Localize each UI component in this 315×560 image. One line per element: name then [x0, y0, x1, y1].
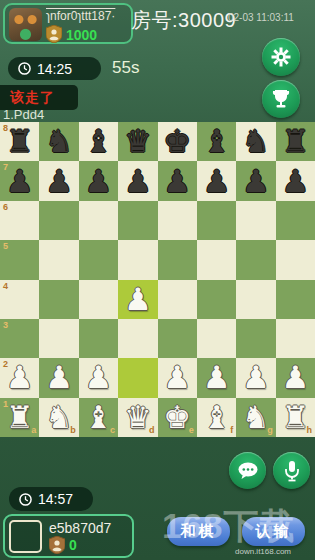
opponent-name: ɿnfor0ɿttt187· — [46, 9, 115, 23]
rank-label-5: 5 — [3, 242, 8, 251]
microphone-icon — [282, 460, 302, 482]
piece-black-pawn[interactable]: ♟ — [203, 166, 231, 197]
piece-white-knight[interactable]: ♞ — [45, 402, 73, 433]
piece-black-king[interactable]: ♚ — [163, 126, 191, 157]
rank-label-6: 6 — [3, 203, 8, 212]
square-e2[interactable]: ♟ — [158, 358, 197, 397]
square-g7[interactable]: ♟ — [236, 161, 275, 200]
square-c2[interactable]: ♟ — [79, 358, 118, 397]
square-g2[interactable]: ♟ — [236, 358, 275, 397]
square-c4[interactable] — [79, 280, 118, 319]
square-b1[interactable]: b♞ — [39, 398, 78, 437]
piece-white-king[interactable]: ♚ — [163, 402, 191, 433]
piece-black-pawn[interactable]: ♟ — [6, 166, 34, 197]
gear-icon — [270, 46, 292, 68]
square-g6[interactable] — [236, 201, 275, 240]
square-a1[interactable]: 1a♜ — [0, 398, 39, 437]
file-label-h: h — [307, 426, 313, 435]
square-h8[interactable]: ♜ — [276, 122, 315, 161]
player-avatar[interactable] — [9, 520, 42, 553]
clock-icon — [18, 62, 31, 75]
square-h3[interactable] — [276, 319, 315, 358]
player-clock: 14:57 — [9, 487, 93, 511]
file-label-a: a — [31, 426, 36, 435]
square-d6[interactable] — [118, 201, 157, 240]
square-a5[interactable]: 5 — [0, 240, 39, 279]
square-h2[interactable]: ♟ — [276, 358, 315, 397]
square-f7[interactable]: ♟ — [197, 161, 236, 200]
chat-button[interactable] — [229, 452, 266, 489]
piece-black-bishop[interactable]: ♝ — [203, 126, 231, 157]
piece-white-rook[interactable]: ♜ — [281, 402, 309, 433]
opponent-clock: 14:25 — [8, 57, 101, 80]
shield-icon — [49, 536, 65, 554]
square-d5[interactable] — [118, 240, 157, 279]
square-d1[interactable]: d♛ — [118, 398, 157, 437]
square-e6[interactable] — [158, 201, 197, 240]
piece-white-queen[interactable]: ♛ — [124, 402, 152, 433]
file-label-f: f — [230, 426, 233, 435]
square-a3[interactable]: 3 — [0, 319, 39, 358]
rank-label-3: 3 — [3, 321, 8, 330]
opponent-avatar[interactable] — [9, 8, 42, 41]
player-name: e5b870d7 — [49, 520, 111, 536]
piece-white-bishop[interactable]: ♝ — [203, 402, 231, 433]
square-h4[interactable] — [276, 280, 315, 319]
piece-white-pawn[interactable]: ♟ — [242, 362, 270, 393]
piece-black-knight[interactable]: ♞ — [45, 126, 73, 157]
settings-button[interactable] — [262, 38, 300, 76]
square-h7[interactable]: ♟ — [276, 161, 315, 200]
leaderboard-button[interactable] — [262, 80, 300, 118]
square-e4[interactable] — [158, 280, 197, 319]
square-d8[interactable]: ♛ — [118, 122, 157, 161]
voice-button[interactable] — [273, 452, 310, 489]
piece-white-knight[interactable]: ♞ — [242, 402, 270, 433]
square-g1[interactable]: g♞ — [236, 398, 275, 437]
piece-black-bishop[interactable]: ♝ — [85, 126, 113, 157]
opponent-clock-value: 14:25 — [37, 61, 72, 77]
piece-white-bishop[interactable]: ♝ — [85, 402, 113, 433]
square-b4[interactable] — [39, 280, 78, 319]
piece-white-pawn[interactable]: ♟ — [203, 362, 231, 393]
square-f8[interactable]: ♝ — [197, 122, 236, 161]
timestamp: 02-03 11:03:11 — [228, 12, 294, 23]
square-c8[interactable]: ♝ — [79, 122, 118, 161]
square-b3[interactable] — [39, 319, 78, 358]
opponent-score: 1000 — [66, 27, 97, 43]
square-f1[interactable]: f♝ — [197, 398, 236, 437]
square-d3[interactable] — [118, 319, 157, 358]
piece-black-rook[interactable]: ♜ — [281, 126, 309, 157]
rank-label-7: 7 — [3, 163, 8, 172]
turn-alert-text: 该走了 — [10, 89, 55, 107]
file-label-c: c — [110, 426, 115, 435]
watermark-logo: 168下载 — [162, 503, 295, 550]
piece-black-queen[interactable]: ♛ — [124, 126, 152, 157]
square-a4[interactable]: 4 — [0, 280, 39, 319]
square-c7[interactable]: ♟ — [79, 161, 118, 200]
piece-black-pawn[interactable]: ♟ — [45, 166, 73, 197]
piece-black-pawn[interactable]: ♟ — [281, 166, 309, 197]
piece-black-pawn[interactable]: ♟ — [124, 166, 152, 197]
square-e1[interactable]: e♚ — [158, 398, 197, 437]
shield-icon — [46, 25, 62, 43]
square-c1[interactable]: c♝ — [79, 398, 118, 437]
square-e7[interactable]: ♟ — [158, 161, 197, 200]
square-e5[interactable] — [158, 240, 197, 279]
file-label-g: g — [267, 426, 273, 435]
square-d2[interactable] — [118, 358, 157, 397]
square-d4[interactable]: ♟ — [118, 280, 157, 319]
square-g8[interactable]: ♞ — [236, 122, 275, 161]
move-countdown: 55s — [112, 58, 139, 78]
square-c3[interactable] — [79, 319, 118, 358]
square-h5[interactable] — [276, 240, 315, 279]
square-h6[interactable] — [276, 201, 315, 240]
piece-white-rook[interactable]: ♜ — [6, 402, 34, 433]
chat-bubble-icon — [237, 461, 259, 481]
square-a6[interactable]: 6 — [0, 201, 39, 240]
player-score: 0 — [69, 537, 77, 553]
square-e8[interactable]: ♚ — [158, 122, 197, 161]
move-notation: 1.Pdd4 — [3, 107, 44, 122]
clock-icon — [19, 493, 32, 506]
player-card[interactable]: e5b870d7 0 — [3, 514, 134, 558]
file-label-b: b — [70, 426, 76, 435]
chess-board: 8♜♞♝♛♚♝♞♜7♟♟♟♟♟♟♟♟654♟32♟♟♟♟♟♟♟1a♜b♞c♝d♛… — [0, 122, 315, 437]
square-b6[interactable] — [39, 201, 78, 240]
trophy-icon — [270, 88, 292, 110]
piece-white-pawn[interactable]: ♟ — [124, 284, 152, 315]
file-label-d: d — [149, 426, 155, 435]
square-g3[interactable] — [236, 319, 275, 358]
room-number-label: 房号:30009 — [131, 7, 236, 34]
square-b7[interactable]: ♟ — [39, 161, 78, 200]
piece-white-pawn[interactable]: ♟ — [163, 362, 191, 393]
square-f3[interactable] — [197, 319, 236, 358]
piece-black-pawn[interactable]: ♟ — [85, 166, 113, 197]
square-g5[interactable] — [236, 240, 275, 279]
file-label-e: e — [189, 426, 194, 435]
square-f2[interactable]: ♟ — [197, 358, 236, 397]
watermark-url: down.it168.com — [235, 547, 291, 556]
piece-white-pawn[interactable]: ♟ — [85, 362, 113, 393]
square-c5[interactable] — [79, 240, 118, 279]
piece-black-pawn[interactable]: ♟ — [163, 166, 191, 197]
piece-white-pawn[interactable]: ♟ — [45, 362, 73, 393]
square-h1[interactable]: h♜ — [276, 398, 315, 437]
piece-white-pawn[interactable]: ♟ — [281, 362, 309, 393]
rank-label-1: 1 — [3, 400, 8, 409]
square-f4[interactable] — [197, 280, 236, 319]
piece-black-knight[interactable]: ♞ — [242, 126, 270, 157]
rank-label-8: 8 — [3, 124, 8, 133]
square-e3[interactable] — [158, 319, 197, 358]
piece-white-pawn[interactable]: ♟ — [6, 362, 34, 393]
square-b8[interactable]: ♞ — [39, 122, 78, 161]
square-f5[interactable] — [197, 240, 236, 279]
square-f6[interactable] — [197, 201, 236, 240]
piece-black-rook[interactable]: ♜ — [6, 126, 34, 157]
square-a2[interactable]: 2♟ — [0, 358, 39, 397]
square-a7[interactable]: 7♟ — [0, 161, 39, 200]
square-g4[interactable] — [236, 280, 275, 319]
square-d7[interactable]: ♟ — [118, 161, 157, 200]
chess-app-screen: ɿnfor0ɿttt187· 1000 房号:30009 02-03 11:03… — [0, 0, 315, 560]
piece-black-pawn[interactable]: ♟ — [242, 166, 270, 197]
square-c6[interactable] — [79, 201, 118, 240]
rank-label-4: 4 — [3, 282, 8, 291]
square-b2[interactable]: ♟ — [39, 358, 78, 397]
player-clock-value: 14:57 — [38, 491, 73, 507]
opponent-card[interactable]: ɿnfor0ɿttt187· 1000 — [3, 3, 133, 44]
rank-label-2: 2 — [3, 360, 8, 369]
square-b5[interactable] — [39, 240, 78, 279]
square-a8[interactable]: 8♜ — [0, 122, 39, 161]
